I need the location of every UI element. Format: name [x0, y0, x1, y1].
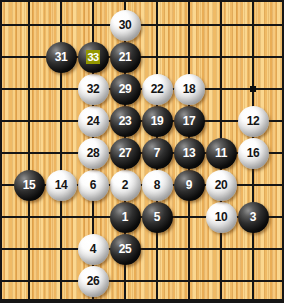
- stone-number: 14: [55, 178, 68, 192]
- stone-white-26: 26: [78, 266, 109, 297]
- stone-black-23: 23: [110, 106, 141, 137]
- stone-number: 32: [87, 82, 100, 96]
- stone-number: 13: [183, 146, 196, 160]
- stone-black-7: 7: [142, 138, 173, 169]
- gomoku-board[interactable]: 1234567891011121314151617181920212223242…: [0, 0, 284, 303]
- stone-number: 19: [151, 114, 164, 128]
- stone-number: 5: [154, 210, 160, 224]
- stone-number: 20: [215, 178, 228, 192]
- star-point: [250, 86, 257, 93]
- stone-number: 1: [122, 210, 128, 224]
- stone-black-21: 21: [110, 42, 141, 73]
- stone-white-6: 6: [78, 170, 109, 201]
- stone-white-18: 18: [174, 74, 205, 105]
- stone-black-27: 27: [110, 138, 141, 169]
- stone-white-4: 4: [78, 234, 109, 265]
- grid-line-horizontal: [0, 280, 284, 282]
- stone-white-28: 28: [78, 138, 109, 169]
- stone-number: 17: [183, 114, 196, 128]
- stone-black-3: 3: [238, 202, 269, 233]
- stone-number: 9: [186, 178, 192, 192]
- board-edge-line-bottom: [0, 299, 284, 303]
- stone-number: 2: [122, 178, 128, 192]
- stone-number: 28: [87, 146, 100, 160]
- stone-black-15: 15: [14, 170, 45, 201]
- stone-number: 3: [250, 210, 256, 224]
- stone-number: 24: [87, 114, 100, 128]
- stone-number: 31: [55, 50, 68, 64]
- stone-white-24: 24: [78, 106, 109, 137]
- grid-line-horizontal: [0, 248, 284, 250]
- stone-white-20: 20: [206, 170, 237, 201]
- stone-number: 29: [119, 82, 132, 96]
- stone-number: 22: [151, 82, 164, 96]
- stone-number-last-move: 33: [86, 50, 101, 65]
- stone-black-29: 29: [110, 74, 141, 105]
- stone-number: 7: [154, 146, 160, 160]
- stone-number: 12: [247, 114, 260, 128]
- stone-white-22: 22: [142, 74, 173, 105]
- stone-black-31: 31: [46, 42, 77, 73]
- grid-line-horizontal: [0, 24, 284, 26]
- stone-black-13: 13: [174, 138, 205, 169]
- stone-white-12: 12: [238, 106, 269, 137]
- stone-number: 10: [215, 210, 228, 224]
- stone-number: 16: [247, 146, 260, 160]
- stone-number: 15: [23, 178, 36, 192]
- stone-white-32: 32: [78, 74, 109, 105]
- stone-number: 4: [90, 242, 96, 256]
- board-edge-line-top: [0, 0, 284, 2]
- stone-number: 30: [119, 18, 132, 32]
- stone-white-8: 8: [142, 170, 173, 201]
- stone-black-25: 25: [110, 234, 141, 265]
- stone-number: 27: [119, 146, 132, 160]
- stone-black-11: 11: [206, 138, 237, 169]
- stone-number: 8: [154, 178, 160, 192]
- stone-number: 26: [87, 274, 100, 288]
- stone-number: 6: [90, 178, 96, 192]
- stone-black-5: 5: [142, 202, 173, 233]
- stone-number: 11: [215, 146, 227, 160]
- stone-number: 23: [119, 114, 132, 128]
- stone-black-19: 19: [142, 106, 173, 137]
- stone-number: 18: [183, 82, 196, 96]
- stone-white-30: 30: [110, 10, 141, 41]
- stone-white-10: 10: [206, 202, 237, 233]
- stone-white-16: 16: [238, 138, 269, 169]
- stone-white-2: 2: [110, 170, 141, 201]
- stone-number: 21: [119, 50, 132, 64]
- stone-black-33: 33: [78, 42, 109, 73]
- stone-black-17: 17: [174, 106, 205, 137]
- stone-number: 25: [119, 242, 132, 256]
- grid-line-horizontal: [0, 56, 284, 58]
- stone-black-9: 9: [174, 170, 205, 201]
- stone-white-14: 14: [46, 170, 77, 201]
- stone-black-1: 1: [110, 202, 141, 233]
